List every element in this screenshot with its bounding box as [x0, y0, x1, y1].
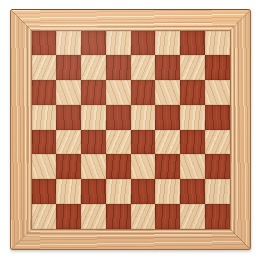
square-a5[interactable] — [32, 105, 57, 130]
square-g3[interactable] — [180, 154, 205, 179]
square-c7[interactable] — [81, 55, 106, 80]
square-b8[interactable] — [56, 31, 81, 56]
square-f4[interactable] — [155, 130, 180, 155]
square-d2[interactable] — [106, 179, 131, 204]
square-g6[interactable] — [180, 80, 205, 105]
square-e3[interactable] — [131, 154, 156, 179]
chess-board — [10, 9, 251, 250]
square-a2[interactable] — [32, 179, 57, 204]
square-f5[interactable] — [155, 105, 180, 130]
square-a8[interactable] — [32, 31, 57, 56]
board-squares-grid — [32, 31, 230, 229]
board-frame-top-rail — [11, 10, 250, 31]
square-b2[interactable] — [56, 179, 81, 204]
square-c5[interactable] — [81, 105, 106, 130]
board-frame-left-rail — [11, 10, 32, 249]
square-c4[interactable] — [81, 130, 106, 155]
square-d6[interactable] — [106, 80, 131, 105]
square-g4[interactable] — [180, 130, 205, 155]
square-b3[interactable] — [56, 154, 81, 179]
square-h6[interactable] — [205, 80, 230, 105]
square-a6[interactable] — [32, 80, 57, 105]
square-h1[interactable] — [205, 204, 230, 229]
square-h2[interactable] — [205, 179, 230, 204]
square-a1[interactable] — [32, 204, 57, 229]
square-e1[interactable] — [131, 204, 156, 229]
square-h3[interactable] — [205, 154, 230, 179]
square-a4[interactable] — [32, 130, 57, 155]
square-b6[interactable] — [56, 80, 81, 105]
square-c1[interactable] — [81, 204, 106, 229]
square-f7[interactable] — [155, 55, 180, 80]
square-c3[interactable] — [81, 154, 106, 179]
square-g2[interactable] — [180, 179, 205, 204]
square-f1[interactable] — [155, 204, 180, 229]
square-b7[interactable] — [56, 55, 81, 80]
square-f3[interactable] — [155, 154, 180, 179]
square-c2[interactable] — [81, 179, 106, 204]
square-c8[interactable] — [81, 31, 106, 56]
square-a7[interactable] — [32, 55, 57, 80]
square-b5[interactable] — [56, 105, 81, 130]
square-e4[interactable] — [131, 130, 156, 155]
square-e2[interactable] — [131, 179, 156, 204]
square-h8[interactable] — [205, 31, 230, 56]
square-f2[interactable] — [155, 179, 180, 204]
square-f8[interactable] — [155, 31, 180, 56]
square-b1[interactable] — [56, 204, 81, 229]
square-h7[interactable] — [205, 55, 230, 80]
square-h5[interactable] — [205, 105, 230, 130]
square-a3[interactable] — [32, 154, 57, 179]
square-g7[interactable] — [180, 55, 205, 80]
square-d5[interactable] — [106, 105, 131, 130]
square-g8[interactable] — [180, 31, 205, 56]
square-e8[interactable] — [131, 31, 156, 56]
square-g5[interactable] — [180, 105, 205, 130]
square-d3[interactable] — [106, 154, 131, 179]
square-g1[interactable] — [180, 204, 205, 229]
square-h4[interactable] — [205, 130, 230, 155]
square-e5[interactable] — [131, 105, 156, 130]
square-d7[interactable] — [106, 55, 131, 80]
square-f6[interactable] — [155, 80, 180, 105]
square-b4[interactable] — [56, 130, 81, 155]
square-d4[interactable] — [106, 130, 131, 155]
photo-background — [0, 0, 260, 260]
board-frame-bottom-rail — [11, 229, 250, 250]
square-e6[interactable] — [131, 80, 156, 105]
board-frame-right-rail — [230, 10, 251, 249]
square-d1[interactable] — [106, 204, 131, 229]
square-e7[interactable] — [131, 55, 156, 80]
square-d8[interactable] — [106, 31, 131, 56]
square-c6[interactable] — [81, 80, 106, 105]
